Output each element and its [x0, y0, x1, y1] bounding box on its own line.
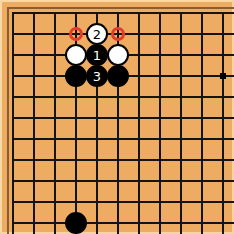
red-circle-mark: [111, 27, 125, 41]
black-stone: [65, 65, 87, 87]
hoshi-point: [220, 73, 226, 79]
move-number: 2: [93, 28, 101, 41]
white-stone: [107, 44, 129, 66]
board-edge-highlight-top: [0, 0, 234, 2]
black-stone-move-1: 1: [86, 44, 108, 66]
black-stone-move-3: 3: [86, 65, 108, 87]
go-board-diagram: 213: [0, 0, 234, 234]
white-stone-move-2: 2: [86, 23, 108, 45]
board-edge-highlight-left: [0, 0, 2, 234]
move-number: 3: [93, 70, 101, 83]
move-number: 1: [93, 49, 101, 62]
black-stone: [107, 65, 129, 87]
black-stone: [65, 212, 87, 234]
red-circle-mark: [69, 27, 83, 41]
white-stone: [65, 44, 87, 66]
